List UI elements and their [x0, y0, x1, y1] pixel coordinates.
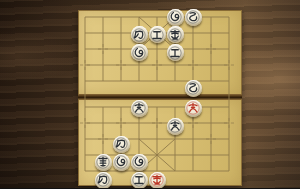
- advisor-glyph-icon: [168, 46, 182, 60]
- piece-black-general[interactable]: [167, 26, 184, 43]
- cannon-glyph-icon: [132, 46, 146, 60]
- horse-glyph-icon: [96, 173, 110, 187]
- elephant-glyph-icon: [186, 10, 200, 24]
- piece-red-chariot[interactable]: [95, 154, 112, 171]
- piece-red-advisor[interactable]: [131, 172, 148, 189]
- soldier-glyph-icon: [168, 119, 182, 133]
- advisor-glyph-icon: [132, 173, 146, 187]
- piece-red-cannon[interactable]: [131, 154, 148, 171]
- xiangqi-board: [78, 10, 242, 186]
- advisor-glyph-icon: [150, 28, 164, 42]
- piece-black-horse[interactable]: [131, 26, 148, 43]
- piece-black-cannon[interactable]: [167, 9, 184, 26]
- horse-glyph-icon: [132, 28, 146, 42]
- piece-black-cannon[interactable]: [131, 44, 148, 61]
- piece-red-horse[interactable]: [113, 136, 130, 153]
- cannon-glyph-icon: [114, 155, 128, 169]
- screenshot-scene: [0, 0, 300, 188]
- piece-red-cannon[interactable]: [113, 154, 130, 171]
- soldier-glyph-icon: [132, 101, 146, 115]
- cannon-glyph-icon: [132, 155, 146, 169]
- piece-black-advisor[interactable]: [149, 26, 166, 43]
- piece-red-general[interactable]: [149, 172, 166, 189]
- piece-black-advisor[interactable]: [167, 44, 184, 61]
- piece-black-elephant[interactable]: [185, 9, 202, 26]
- piece-black-soldier[interactable]: [167, 118, 184, 135]
- piece-black-elephant[interactable]: [185, 80, 202, 97]
- piece-black-soldier[interactable]: [131, 100, 148, 117]
- general-glyph-icon: [168, 28, 182, 42]
- chariot-glyph-icon: [96, 155, 110, 169]
- soldier-glyph-icon: [186, 101, 200, 115]
- piece-red-horse[interactable]: [95, 172, 112, 189]
- cannon-glyph-icon: [168, 10, 182, 24]
- elephant-glyph-icon: [186, 81, 200, 95]
- piece-red-soldier[interactable]: [185, 100, 202, 117]
- horse-glyph-icon: [114, 137, 128, 151]
- general-glyph-icon: [150, 173, 164, 187]
